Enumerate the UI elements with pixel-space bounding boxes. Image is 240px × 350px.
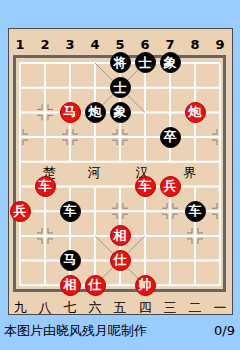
piece-black-advisor[interactable]: 士 xyxy=(135,52,156,73)
piece-black-advisor[interactable]: 士 xyxy=(110,77,131,98)
file-label-bottom: 四 xyxy=(139,299,152,317)
piece-red-advisor[interactable]: 仕 xyxy=(85,275,106,296)
xiangqi-board: 123456789 楚河汉界 将士象士马炮象炮卒车车兵兵车车相马仕相仕帅 九八七… xyxy=(8,28,233,315)
piece-black-cannon[interactable]: 炮 xyxy=(85,102,106,123)
piece-red-horse[interactable]: 马 xyxy=(60,102,81,123)
piece-red-chariot[interactable]: 车 xyxy=(135,176,156,197)
piece-black-chariot[interactable]: 车 xyxy=(185,201,206,222)
file-label-bottom: 九 xyxy=(14,299,27,317)
file-label-bottom: 五 xyxy=(114,299,127,317)
xiangqi-app: 123456789 楚河汉界 将士象士马炮象炮卒车车兵兵车车相马仕相仕帅 九八七… xyxy=(0,0,240,350)
piece-black-general[interactable]: 将 xyxy=(110,52,131,73)
piece-black-elephant[interactable]: 象 xyxy=(160,52,181,73)
file-label-bottom: 三 xyxy=(164,299,177,317)
file-label-bottom: 六 xyxy=(89,299,102,317)
status-bar: 本图片由晓风残月呢制作 0/9 xyxy=(0,322,240,340)
pieces-layer: 将士象士马炮象炮卒车车兵兵车车相马仕相仕帅 xyxy=(8,51,233,298)
file-label-bottom: 八 xyxy=(39,299,52,317)
piece-red-elephant[interactable]: 相 xyxy=(60,275,81,296)
piece-black-horse[interactable]: 马 xyxy=(60,250,81,271)
piece-red-cannon[interactable]: 炮 xyxy=(185,102,206,123)
credit-text: 本图片由晓风残月呢制作 xyxy=(4,322,147,340)
piece-red-chariot[interactable]: 车 xyxy=(35,176,56,197)
file-label-bottom: 二 xyxy=(189,299,202,317)
piece-red-elephant[interactable]: 相 xyxy=(110,225,131,246)
file-label-bottom: 七 xyxy=(64,299,77,317)
piece-red-soldier[interactable]: 兵 xyxy=(160,176,181,197)
piece-black-elephant[interactable]: 象 xyxy=(110,102,131,123)
piece-black-chariot[interactable]: 车 xyxy=(60,201,81,222)
piece-red-general[interactable]: 帅 xyxy=(135,275,156,296)
piece-red-soldier[interactable]: 兵 xyxy=(10,201,31,222)
file-label-bottom: 一 xyxy=(214,299,227,317)
move-counter: 0/9 xyxy=(214,322,235,340)
piece-black-soldier[interactable]: 卒 xyxy=(160,127,181,148)
piece-red-advisor[interactable]: 仕 xyxy=(110,250,131,271)
